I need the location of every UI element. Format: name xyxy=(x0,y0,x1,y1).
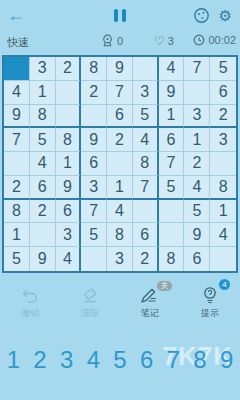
sudoku-cell-r5c9[interactable] xyxy=(210,152,236,176)
sudoku-cell-r3c6[interactable]: 5 xyxy=(133,105,159,129)
sudoku-cell-r2c3[interactable] xyxy=(56,81,82,105)
sudoku-app: ← ⚙ 快速 0 ♡ 3 xyxy=(0,0,240,400)
sudoku-cell-r6c9[interactable]: 8 xyxy=(210,176,236,200)
numpad-key-9[interactable]: 9 xyxy=(213,343,240,377)
sudoku-cell-r3c4[interactable] xyxy=(81,105,107,129)
erase-label: 清除 xyxy=(67,307,113,320)
sudoku-cell-r7c3[interactable]: 6 xyxy=(56,200,82,224)
sudoku-cell-r4c1[interactable]: 7 xyxy=(4,128,30,152)
sudoku-cell-r3c3[interactable] xyxy=(56,105,82,129)
clock-icon xyxy=(193,34,205,46)
sudoku-cell-r8c4[interactable]: 5 xyxy=(81,223,107,247)
eraser-icon xyxy=(67,283,113,305)
sudoku-cell-r4c5[interactable]: 2 xyxy=(107,128,133,152)
hint-count-badge: 4 xyxy=(219,279,230,290)
notes-label: 笔记 xyxy=(127,307,173,320)
sudoku-cell-r4c9[interactable]: 3 xyxy=(210,128,236,152)
numpad-key-6[interactable]: 6 xyxy=(133,343,160,377)
sudoku-cell-r6c5[interactable]: 1 xyxy=(107,176,133,200)
sudoku-cell-r8c3[interactable]: 3 xyxy=(56,223,82,247)
sudoku-cell-r2c8[interactable] xyxy=(184,81,210,105)
numpad-key-2[interactable]: 2 xyxy=(27,343,54,377)
sudoku-cell-r9c9[interactable] xyxy=(210,247,236,271)
sudoku-cell-r9c2[interactable]: 9 xyxy=(30,247,56,271)
top-bar: ← ⚙ xyxy=(0,0,240,30)
sudoku-cell-r1c2[interactable]: 3 xyxy=(30,57,56,81)
sudoku-cell-r7c1[interactable]: 8 xyxy=(4,200,30,224)
lives-counter: ♡ 3 xyxy=(154,34,174,48)
trophy-icon xyxy=(101,34,114,48)
sudoku-cell-r3c5[interactable]: 6 xyxy=(107,105,133,129)
sudoku-cell-r9c7[interactable]: 8 xyxy=(159,247,185,271)
sudoku-cell-r3c7[interactable]: 1 xyxy=(159,105,185,129)
undo-icon xyxy=(7,283,53,305)
sudoku-cell-r7c2[interactable]: 2 xyxy=(30,200,56,224)
sudoku-cell-r3c2[interactable]: 8 xyxy=(30,105,56,129)
sudoku-cell-r6c8[interactable]: 4 xyxy=(184,176,210,200)
sudoku-cell-r2c4[interactable]: 2 xyxy=(81,81,107,105)
sudoku-cell-r9c8[interactable]: 6 xyxy=(184,247,210,271)
settings-gear-icon[interactable]: ⚙ xyxy=(219,7,232,24)
sudoku-cell-r1c6[interactable] xyxy=(133,57,159,81)
sudoku-cell-r5c6[interactable]: 8 xyxy=(133,152,159,176)
sudoku-cell-r1c9[interactable]: 5 xyxy=(210,57,236,81)
number-pad: 123456789 xyxy=(0,343,240,377)
sudoku-cell-r4c7[interactable]: 6 xyxy=(159,128,185,152)
sudoku-cell-r8c1[interactable]: 1 xyxy=(4,223,30,247)
sudoku-cell-r6c1[interactable]: 2 xyxy=(4,176,30,200)
numpad-key-4[interactable]: 4 xyxy=(80,343,107,377)
sudoku-cell-r4c2[interactable]: 5 xyxy=(30,128,56,152)
sudoku-cell-r5c5[interactable] xyxy=(107,152,133,176)
sudoku-cell-r6c3[interactable]: 9 xyxy=(56,176,82,200)
sudoku-cell-r6c4[interactable]: 3 xyxy=(81,176,107,200)
sudoku-cell-r1c3[interactable]: 2 xyxy=(56,57,82,81)
trophy-count: 0 xyxy=(117,35,123,47)
sudoku-cell-r5c4[interactable]: 6 xyxy=(81,152,107,176)
toolbar: 撤销 清除 关 笔记 xyxy=(0,283,240,325)
numpad-key-8[interactable]: 8 xyxy=(187,343,214,377)
sudoku-cell-r5c3[interactable]: 1 xyxy=(56,152,82,176)
notes-state-badge: 关 xyxy=(157,281,172,291)
sudoku-cell-r1c4[interactable]: 8 xyxy=(81,57,107,81)
sudoku-cell-r5c8[interactable]: 2 xyxy=(184,152,210,176)
sudoku-cell-r1c5[interactable]: 9 xyxy=(107,57,133,81)
sudoku-board: 3289475412739698651327589246134168722693… xyxy=(2,55,238,273)
numpad-key-1[interactable]: 1 xyxy=(0,343,27,377)
sudoku-cell-r5c7[interactable]: 7 xyxy=(159,152,185,176)
sudoku-cell-r9c3[interactable]: 4 xyxy=(56,247,82,271)
sudoku-cell-r9c5[interactable]: 3 xyxy=(107,247,133,271)
sudoku-cell-r6c7[interactable]: 5 xyxy=(159,176,185,200)
numpad-key-7[interactable]: 7 xyxy=(160,343,187,377)
sudoku-cell-r4c4[interactable]: 9 xyxy=(81,128,107,152)
heart-icon: ♡ xyxy=(154,34,165,48)
sudoku-cell-r9c6[interactable]: 2 xyxy=(133,247,159,271)
sudoku-cell-r1c8[interactable]: 7 xyxy=(184,57,210,81)
lives-count: 3 xyxy=(168,35,174,47)
sudoku-cell-r7c7[interactable] xyxy=(159,200,185,224)
difficulty-label: 快速 xyxy=(7,35,29,50)
sudoku-cell-r7c8[interactable]: 5 xyxy=(184,200,210,224)
hint-button[interactable]: 4 提示 xyxy=(187,283,233,325)
sudoku-cell-r4c8[interactable]: 1 xyxy=(184,128,210,152)
sudoku-cell-r2c2[interactable]: 1 xyxy=(30,81,56,105)
sudoku-cell-r8c9[interactable]: 4 xyxy=(210,223,236,247)
hint-label: 提示 xyxy=(187,307,233,320)
sudoku-cell-r2c1[interactable]: 4 xyxy=(4,81,30,105)
sudoku-cell-r2c5[interactable]: 7 xyxy=(107,81,133,105)
sudoku-cell-r1c1[interactable] xyxy=(4,57,30,81)
sudoku-cell-r1c7[interactable]: 4 xyxy=(159,57,185,81)
smiley-icon[interactable] xyxy=(193,7,210,24)
sudoku-cell-r2c9[interactable]: 6 xyxy=(210,81,236,105)
sudoku-cell-r7c5[interactable]: 4 xyxy=(107,200,133,224)
sudoku-cell-r3c1[interactable]: 9 xyxy=(4,105,30,129)
sudoku-cell-r8c7[interactable] xyxy=(159,223,185,247)
notes-button[interactable]: 关 笔记 xyxy=(127,283,173,325)
sudoku-cell-r6c6[interactable]: 7 xyxy=(133,176,159,200)
sudoku-cell-r5c2[interactable]: 4 xyxy=(30,152,56,176)
sudoku-cell-r2c7[interactable]: 9 xyxy=(159,81,185,105)
sudoku-cell-r9c1[interactable]: 5 xyxy=(4,247,30,271)
sudoku-cell-r7c6[interactable] xyxy=(133,200,159,224)
timer: 00:02 xyxy=(193,34,236,46)
sudoku-cell-r7c4[interactable]: 7 xyxy=(81,200,107,224)
sudoku-cell-r8c2[interactable] xyxy=(30,223,56,247)
time-value: 00:02 xyxy=(208,34,236,46)
sudoku-cell-r9c4[interactable] xyxy=(81,247,107,271)
sudoku-cell-r7c9[interactable]: 1 xyxy=(210,200,236,224)
erase-button[interactable]: 清除 xyxy=(67,283,113,325)
sudoku-cell-r8c6[interactable]: 6 xyxy=(133,223,159,247)
sudoku-cell-r4c3[interactable]: 8 xyxy=(56,128,82,152)
sudoku-cell-r8c8[interactable]: 9 xyxy=(184,223,210,247)
status-bar: 快速 0 ♡ 3 00:02 xyxy=(0,30,240,54)
sudoku-cell-r8c5[interactable]: 8 xyxy=(107,223,133,247)
numpad-key-3[interactable]: 3 xyxy=(53,343,80,377)
undo-label: 撤销 xyxy=(7,307,53,320)
sudoku-cell-r2c6[interactable]: 3 xyxy=(133,81,159,105)
back-icon[interactable]: ← xyxy=(7,5,25,25)
sudoku-cell-r3c9[interactable]: 2 xyxy=(210,105,236,129)
sudoku-cell-r6c2[interactable]: 6 xyxy=(30,176,56,200)
sudoku-cell-r5c1[interactable] xyxy=(4,152,30,176)
pause-button[interactable] xyxy=(114,9,126,22)
sudoku-cell-r4c6[interactable]: 4 xyxy=(133,128,159,152)
undo-button[interactable]: 撤销 xyxy=(7,283,53,325)
trophy-counter: 0 xyxy=(101,34,123,48)
sudoku-cell-r3c8[interactable]: 3 xyxy=(184,105,210,129)
numpad-key-5[interactable]: 5 xyxy=(107,343,134,377)
